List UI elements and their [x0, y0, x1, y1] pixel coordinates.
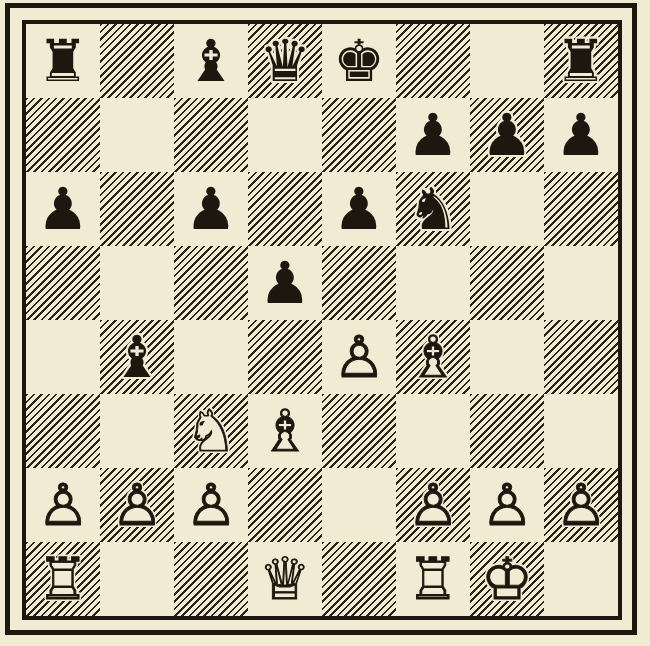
square-b1	[100, 542, 174, 616]
square-b2: ♟♙	[100, 468, 174, 542]
piece-glyph: ♜	[26, 24, 100, 98]
square-f3	[396, 394, 470, 468]
square-c6: ♟♟	[174, 172, 248, 246]
white-pawn-c2: ♟♙	[174, 468, 248, 542]
piece-glyph: ♟	[248, 246, 322, 320]
black-queen-d8: ♛♛	[248, 24, 322, 98]
square-a5	[26, 246, 100, 320]
square-f2: ♟♙	[396, 468, 470, 542]
square-b7	[100, 98, 174, 172]
square-c4	[174, 320, 248, 394]
square-f4: ♝♗	[396, 320, 470, 394]
square-h7: ♟♟	[544, 98, 618, 172]
white-pawn-g2: ♟♙	[470, 468, 544, 542]
square-f1: ♜♖	[396, 542, 470, 616]
square-a3	[26, 394, 100, 468]
piece-glyph: ♙	[544, 468, 618, 542]
white-queen-d1: ♛♕	[248, 542, 322, 616]
chess-board: ♜♜♝♝♛♛♚♚♜♜♟♟♟♟♟♟♟♟♟♟♟♟♞♞♟♟♝♝♟♙♝♗♞♘♝♗♟♙♟♙…	[26, 24, 618, 616]
piece-glyph: ♗	[248, 394, 322, 468]
piece-glyph: ♙	[100, 468, 174, 542]
piece-glyph: ♙	[470, 468, 544, 542]
piece-glyph: ♕	[248, 542, 322, 616]
white-pawn-a2: ♟♙	[26, 468, 100, 542]
square-h2: ♟♙	[544, 468, 618, 542]
square-g4	[470, 320, 544, 394]
square-e4: ♟♙	[322, 320, 396, 394]
square-d2	[248, 468, 322, 542]
square-d7	[248, 98, 322, 172]
square-e2	[322, 468, 396, 542]
square-c5	[174, 246, 248, 320]
square-g8	[470, 24, 544, 98]
square-b8	[100, 24, 174, 98]
square-h5	[544, 246, 618, 320]
white-pawn-f2: ♟♙	[396, 468, 470, 542]
piece-glyph: ♙	[174, 468, 248, 542]
white-pawn-h2: ♟♙	[544, 468, 618, 542]
black-pawn-h7: ♟♟	[544, 98, 618, 172]
piece-glyph: ♖	[396, 542, 470, 616]
square-f7: ♟♟	[396, 98, 470, 172]
square-b4: ♝♝	[100, 320, 174, 394]
piece-glyph: ♘	[174, 394, 248, 468]
piece-glyph: ♟	[544, 98, 618, 172]
piece-glyph: ♝	[100, 320, 174, 394]
square-d8: ♛♛	[248, 24, 322, 98]
white-pawn-e4: ♟♙	[322, 320, 396, 394]
square-c7	[174, 98, 248, 172]
square-c8: ♝♝	[174, 24, 248, 98]
white-rook-f1: ♜♖	[396, 542, 470, 616]
piece-glyph: ♜	[544, 24, 618, 98]
piece-glyph: ♗	[396, 320, 470, 394]
square-f5	[396, 246, 470, 320]
square-e7	[322, 98, 396, 172]
scanned-page: ♜♜♝♝♛♛♚♚♜♜♟♟♟♟♟♟♟♟♟♟♟♟♞♞♟♟♝♝♟♙♝♗♞♘♝♗♟♙♟♙…	[0, 0, 650, 646]
square-g3	[470, 394, 544, 468]
square-g2: ♟♙	[470, 468, 544, 542]
square-a7	[26, 98, 100, 172]
square-d1: ♛♕	[248, 542, 322, 616]
black-pawn-f7: ♟♟	[396, 98, 470, 172]
square-a1: ♜♖	[26, 542, 100, 616]
white-knight-c3: ♞♘	[174, 394, 248, 468]
square-h1	[544, 542, 618, 616]
square-d5: ♟♟	[248, 246, 322, 320]
black-pawn-d5: ♟♟	[248, 246, 322, 320]
black-bishop-b4: ♝♝	[100, 320, 174, 394]
square-d6	[248, 172, 322, 246]
square-c3: ♞♘	[174, 394, 248, 468]
piece-glyph: ♟	[396, 98, 470, 172]
square-a8: ♜♜	[26, 24, 100, 98]
black-rook-a8: ♜♜	[26, 24, 100, 98]
square-f8	[396, 24, 470, 98]
square-b5	[100, 246, 174, 320]
square-a4	[26, 320, 100, 394]
black-bishop-c8: ♝♝	[174, 24, 248, 98]
white-king-g1: ♚♔	[470, 542, 544, 616]
black-rook-h8: ♜♜	[544, 24, 618, 98]
square-g1: ♚♔	[470, 542, 544, 616]
square-e3	[322, 394, 396, 468]
piece-glyph: ♔	[470, 542, 544, 616]
square-h8: ♜♜	[544, 24, 618, 98]
square-b6	[100, 172, 174, 246]
square-g7: ♟♟	[470, 98, 544, 172]
piece-glyph: ♟	[26, 172, 100, 246]
black-knight-f6: ♞♞	[396, 172, 470, 246]
square-h6	[544, 172, 618, 246]
square-e1	[322, 542, 396, 616]
square-f6: ♞♞	[396, 172, 470, 246]
piece-glyph: ♝	[174, 24, 248, 98]
square-d3: ♝♗	[248, 394, 322, 468]
piece-glyph: ♟	[174, 172, 248, 246]
square-e8: ♚♚	[322, 24, 396, 98]
square-c1	[174, 542, 248, 616]
square-e5	[322, 246, 396, 320]
black-pawn-g7: ♟♟	[470, 98, 544, 172]
square-e6: ♟♟	[322, 172, 396, 246]
piece-glyph: ♞	[396, 172, 470, 246]
square-h4	[544, 320, 618, 394]
black-pawn-a6: ♟♟	[26, 172, 100, 246]
white-bishop-f4: ♝♗	[396, 320, 470, 394]
white-rook-a1: ♜♖	[26, 542, 100, 616]
square-h3	[544, 394, 618, 468]
board-border: ♜♜♝♝♛♛♚♚♜♜♟♟♟♟♟♟♟♟♟♟♟♟♞♞♟♟♝♝♟♙♝♗♞♘♝♗♟♙♟♙…	[22, 20, 622, 620]
white-pawn-b2: ♟♙	[100, 468, 174, 542]
square-g6	[470, 172, 544, 246]
black-king-e8: ♚♚	[322, 24, 396, 98]
piece-glyph: ♙	[396, 468, 470, 542]
piece-glyph: ♟	[322, 172, 396, 246]
square-g5	[470, 246, 544, 320]
piece-glyph: ♛	[248, 24, 322, 98]
black-pawn-e6: ♟♟	[322, 172, 396, 246]
square-a6: ♟♟	[26, 172, 100, 246]
square-a2: ♟♙	[26, 468, 100, 542]
piece-glyph: ♚	[322, 24, 396, 98]
piece-glyph: ♖	[26, 542, 100, 616]
square-b3	[100, 394, 174, 468]
diagram-outer-frame: ♜♜♝♝♛♛♚♚♜♜♟♟♟♟♟♟♟♟♟♟♟♟♞♞♟♟♝♝♟♙♝♗♞♘♝♗♟♙♟♙…	[5, 3, 637, 635]
square-d4	[248, 320, 322, 394]
black-pawn-c6: ♟♟	[174, 172, 248, 246]
square-c2: ♟♙	[174, 468, 248, 542]
piece-glyph: ♙	[322, 320, 396, 394]
piece-glyph: ♙	[26, 468, 100, 542]
white-bishop-d3: ♝♗	[248, 394, 322, 468]
piece-glyph: ♟	[470, 98, 544, 172]
